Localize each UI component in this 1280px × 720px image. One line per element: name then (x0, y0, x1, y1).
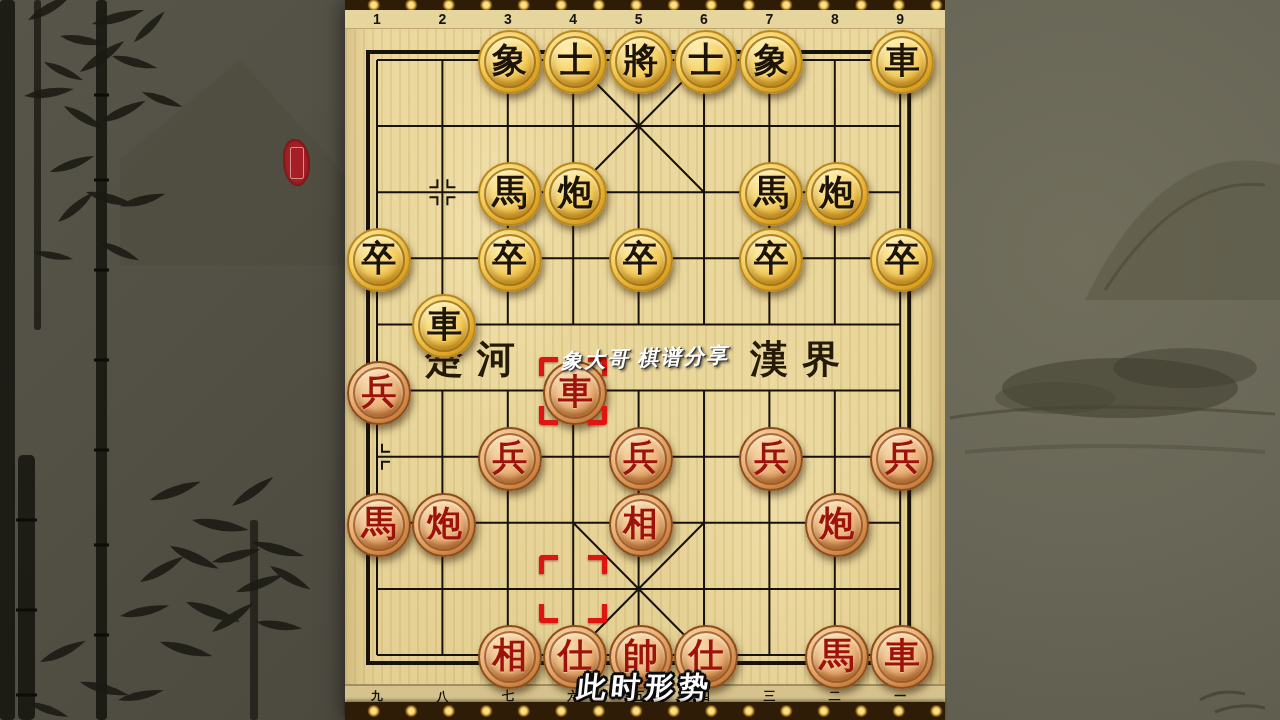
black-piece-馬[interactable]: 馬 (739, 162, 803, 226)
file-number-top: 9 (896, 11, 904, 27)
red-piece-車[interactable]: 車 (870, 625, 934, 689)
black-piece-炮[interactable]: 炮 (543, 162, 607, 226)
black-piece-士[interactable]: 士 (543, 30, 607, 94)
piece-character: 士 (676, 32, 736, 92)
red-piece-兵[interactable]: 兵 (739, 427, 803, 491)
xiangqi-board[interactable]: 123456789 楚河 漢界 象大哥 棋谱分享 象士將士象車馬炮馬炮卒卒卒卒卒… (345, 0, 945, 720)
black-piece-車[interactable]: 車 (412, 294, 476, 358)
black-piece-馬[interactable]: 馬 (478, 162, 542, 226)
piece-character: 馬 (480, 164, 540, 224)
black-piece-卒[interactable]: 卒 (478, 228, 542, 292)
piece-character: 馬 (349, 495, 409, 555)
piece-character: 相 (480, 627, 540, 687)
piece-character: 炮 (807, 164, 867, 224)
file-number-top: 2 (438, 11, 446, 27)
red-piece-兵[interactable]: 兵 (870, 427, 934, 491)
piece-character: 炮 (414, 495, 474, 555)
piece-character: 馬 (741, 164, 801, 224)
red-piece-兵[interactable]: 兵 (609, 427, 673, 491)
piece-character: 兵 (611, 429, 671, 489)
red-piece-兵[interactable]: 兵 (347, 361, 411, 425)
black-piece-卒[interactable]: 卒 (347, 228, 411, 292)
red-piece-馬[interactable]: 馬 (347, 493, 411, 557)
file-number-top: 5 (635, 11, 643, 27)
piece-character: 兵 (349, 363, 409, 423)
black-piece-將[interactable]: 將 (609, 30, 673, 94)
piece-character: 卒 (480, 230, 540, 290)
red-piece-炮[interactable]: 炮 (412, 493, 476, 557)
file-number-top: 7 (765, 11, 773, 27)
piece-character: 車 (872, 627, 932, 687)
file-number-top: 8 (831, 11, 839, 27)
file-number-top: 6 (700, 11, 708, 27)
piece-character: 士 (545, 32, 605, 92)
left-background-art (0, 0, 345, 720)
right-background-art (945, 0, 1280, 720)
piece-character: 馬 (807, 627, 867, 687)
red-piece-相[interactable]: 相 (609, 493, 673, 557)
black-piece-象[interactable]: 象 (739, 30, 803, 94)
piece-character: 相 (611, 495, 671, 555)
piece-character: 卒 (741, 230, 801, 290)
red-piece-相[interactable]: 相 (478, 625, 542, 689)
file-number-top: 1 (373, 11, 381, 27)
piece-character: 車 (414, 296, 474, 356)
board-frame-bottom-studs (345, 702, 945, 720)
bamboo-ink-painting (0, 0, 345, 720)
red-piece-炮[interactable]: 炮 (805, 493, 869, 557)
piece-character: 兵 (741, 429, 801, 489)
piece-character: 炮 (807, 495, 867, 555)
black-piece-車[interactable]: 車 (870, 30, 934, 94)
river-label-han-jie: 漢界 (750, 336, 854, 382)
black-piece-象[interactable]: 象 (478, 30, 542, 94)
piece-character: 象 (480, 32, 540, 92)
black-piece-卒[interactable]: 卒 (870, 228, 934, 292)
piece-character: 將 (611, 32, 671, 92)
piece-character: 兵 (872, 429, 932, 489)
piece-character: 卒 (349, 230, 409, 290)
piece-character: 象 (741, 32, 801, 92)
watermark-text: 象大哥 棋谱分享 (560, 341, 729, 375)
black-piece-炮[interactable]: 炮 (805, 162, 869, 226)
screenshot-root: 123456789 楚河 漢界 象大哥 棋谱分享 象士將士象車馬炮馬炮卒卒卒卒卒… (0, 0, 1280, 720)
piece-character: 卒 (611, 230, 671, 290)
piece-character: 卒 (872, 230, 932, 290)
black-piece-卒[interactable]: 卒 (609, 228, 673, 292)
piece-character: 兵 (480, 429, 540, 489)
piece-character: 炮 (545, 164, 605, 224)
black-piece-士[interactable]: 士 (674, 30, 738, 94)
black-piece-卒[interactable]: 卒 (739, 228, 803, 292)
landscape-ink-painting (945, 0, 1280, 720)
piece-character: 車 (872, 32, 932, 92)
red-piece-兵[interactable]: 兵 (478, 427, 542, 491)
red-piece-馬[interactable]: 馬 (805, 625, 869, 689)
board-frame-top-studs (345, 0, 945, 10)
file-number-top: 4 (569, 11, 577, 27)
file-number-top: 3 (504, 11, 512, 27)
file-numbers-top: 123456789 (345, 10, 945, 29)
